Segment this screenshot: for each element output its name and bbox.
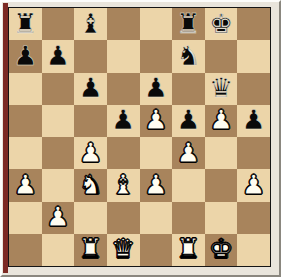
piece-black-pawn: ♟ — [13, 42, 37, 69]
piece-white-pawn: ♟ — [46, 203, 70, 230]
square-c5[interactable] — [74, 105, 107, 137]
square-e4[interactable] — [140, 137, 173, 169]
piece-white-pawn: ♟ — [176, 139, 200, 166]
square-h5[interactable]: ♟ — [237, 105, 270, 137]
square-f8[interactable]: ♜ — [172, 8, 205, 40]
square-a7[interactable]: ♟ — [9, 40, 42, 72]
square-d2[interactable] — [107, 202, 140, 234]
square-h7[interactable] — [237, 40, 270, 72]
square-b4[interactable] — [42, 137, 75, 169]
square-h3[interactable]: ♟ — [237, 169, 270, 201]
square-g5[interactable]: ♟ — [205, 105, 238, 137]
square-g7[interactable] — [205, 40, 238, 72]
square-d6[interactable] — [107, 73, 140, 105]
piece-black-pawn: ♟ — [46, 42, 70, 69]
piece-white-pawn: ♟ — [78, 139, 102, 166]
square-c2[interactable] — [74, 202, 107, 234]
piece-black-king: ♚ — [209, 10, 233, 37]
piece-black-pawn: ♟ — [242, 106, 266, 133]
square-c3[interactable]: ♞ — [74, 169, 107, 201]
piece-black-bishop: ♝ — [78, 10, 102, 37]
square-d4[interactable] — [107, 137, 140, 169]
square-b2[interactable]: ♟ — [42, 202, 75, 234]
square-g6[interactable]: ♛ — [205, 73, 238, 105]
piece-white-queen: ♛ — [111, 235, 135, 262]
piece-white-knight: ♞ — [78, 171, 102, 198]
square-g8[interactable]: ♚ — [205, 8, 238, 40]
square-a1[interactable] — [9, 234, 42, 266]
square-h4[interactable] — [237, 137, 270, 169]
square-b5[interactable] — [42, 105, 75, 137]
square-d7[interactable] — [107, 40, 140, 72]
square-a2[interactable] — [9, 202, 42, 234]
square-c1[interactable]: ♜ — [74, 234, 107, 266]
piece-white-pawn: ♟ — [144, 171, 168, 198]
piece-white-pawn: ♟ — [144, 106, 168, 133]
square-e8[interactable] — [140, 8, 173, 40]
square-h2[interactable] — [237, 202, 270, 234]
square-h6[interactable] — [237, 73, 270, 105]
square-c4[interactable]: ♟ — [74, 137, 107, 169]
square-f3[interactable] — [172, 169, 205, 201]
square-b8[interactable] — [42, 8, 75, 40]
square-g3[interactable] — [205, 169, 238, 201]
square-f6[interactable] — [172, 73, 205, 105]
square-e7[interactable] — [140, 40, 173, 72]
square-a6[interactable] — [9, 73, 42, 105]
square-c8[interactable]: ♝ — [74, 8, 107, 40]
square-d5[interactable]: ♟ — [107, 105, 140, 137]
piece-black-pawn: ♟ — [144, 74, 168, 101]
square-a3[interactable]: ♟ — [9, 169, 42, 201]
piece-white-rook: ♜ — [176, 235, 200, 262]
square-e1[interactable] — [140, 234, 173, 266]
piece-black-rook: ♜ — [13, 10, 37, 37]
piece-white-king: ♚ — [209, 235, 233, 262]
piece-white-rook: ♜ — [78, 235, 102, 262]
square-a8[interactable]: ♜ — [9, 8, 42, 40]
square-d3[interactable]: ♝ — [107, 169, 140, 201]
square-d1[interactable]: ♛ — [107, 234, 140, 266]
chess-board: ♜♝♜♚♟♟♞♟♟♛♟♟♟♟♟♟♟♟♞♝♟♟♟♜♛♜♚ — [8, 7, 271, 267]
square-f5[interactable]: ♟ — [172, 105, 205, 137]
piece-black-pawn: ♟ — [78, 74, 102, 101]
square-c6[interactable]: ♟ — [74, 73, 107, 105]
square-b3[interactable] — [42, 169, 75, 201]
square-c7[interactable] — [74, 40, 107, 72]
piece-black-pawn: ♟ — [111, 106, 135, 133]
piece-black-knight: ♞ — [176, 42, 200, 69]
square-e6[interactable]: ♟ — [140, 73, 173, 105]
square-g2[interactable] — [205, 202, 238, 234]
piece-black-queen: ♛ — [209, 74, 233, 101]
square-d8[interactable] — [107, 8, 140, 40]
piece-black-pawn: ♟ — [176, 106, 200, 133]
square-g4[interactable] — [205, 137, 238, 169]
piece-white-pawn: ♟ — [242, 171, 266, 198]
square-e3[interactable]: ♟ — [140, 169, 173, 201]
square-f4[interactable]: ♟ — [172, 137, 205, 169]
square-h1[interactable] — [237, 234, 270, 266]
square-a5[interactable] — [9, 105, 42, 137]
square-b1[interactable] — [42, 234, 75, 266]
piece-white-pawn: ♟ — [13, 171, 37, 198]
piece-white-bishop: ♝ — [111, 171, 135, 198]
chess-board-window: ♜♝♜♚♟♟♞♟♟♛♟♟♟♟♟♟♟♟♞♝♟♟♟♜♛♜♚ — [0, 0, 281, 277]
square-a4[interactable] — [9, 137, 42, 169]
square-f7[interactable]: ♞ — [172, 40, 205, 72]
square-b7[interactable]: ♟ — [42, 40, 75, 72]
piece-white-pawn: ♟ — [209, 106, 233, 133]
square-e2[interactable] — [140, 202, 173, 234]
square-b6[interactable] — [42, 73, 75, 105]
square-e5[interactable]: ♟ — [140, 105, 173, 137]
square-g1[interactable]: ♚ — [205, 234, 238, 266]
square-f1[interactable]: ♜ — [172, 234, 205, 266]
piece-black-rook: ♜ — [176, 10, 200, 37]
square-h8[interactable] — [237, 8, 270, 40]
square-f2[interactable] — [172, 202, 205, 234]
